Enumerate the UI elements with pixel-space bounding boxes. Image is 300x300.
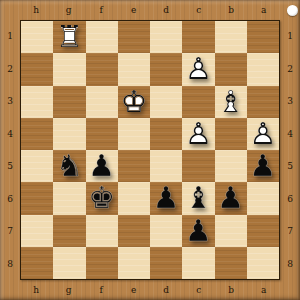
square-g1[interactable]: ♜♖ [53,21,85,53]
file-label-b: b [215,280,248,300]
square-a1[interactable] [247,21,279,53]
file-label-h: h [20,0,53,20]
square-e7[interactable] [118,215,150,247]
file-label-d: d [150,280,183,300]
square-g2[interactable] [53,53,85,85]
white-bishop[interactable]: ♝♗ [215,86,247,118]
square-f1[interactable] [86,21,118,53]
rank-label-1: 1 [0,20,20,53]
square-b5[interactable] [215,150,247,182]
black-pawn[interactable]: ♟ [150,182,182,214]
square-b3[interactable]: ♝♗ [215,86,247,118]
rank-label-6: 6 [0,183,20,216]
square-a4[interactable]: ♟♙ [247,118,279,150]
white-pawn-outline: ♙ [247,118,279,150]
white-king[interactable]: ♚♔ [118,86,150,118]
square-b1[interactable] [215,21,247,53]
square-b8[interactable] [215,247,247,279]
black-pawn-glyph: ♟ [150,182,182,214]
file-label-f: f [85,280,118,300]
square-e6[interactable] [118,182,150,214]
square-g3[interactable] [53,86,85,118]
rank-labels-left: 12345678 [0,20,20,280]
square-a8[interactable] [247,247,279,279]
square-d2[interactable] [150,53,182,85]
square-e4[interactable] [118,118,150,150]
file-label-c: c [183,280,216,300]
square-d7[interactable] [150,215,182,247]
file-label-c: c [183,0,216,20]
square-h1[interactable] [21,21,53,53]
square-a7[interactable] [247,215,279,247]
file-label-a: a [248,280,281,300]
rank-label-2: 2 [0,53,20,86]
square-e2[interactable] [118,53,150,85]
file-label-e: e [118,0,151,20]
square-h7[interactable] [21,215,53,247]
white-rook[interactable]: ♜♖ [53,21,85,53]
white-rook-outline: ♖ [53,21,85,53]
square-c1[interactable] [182,21,214,53]
board: ♜♖♟♙♚♔♝♗♟♙♟♙♞♟♟♚♟♝♟♟ [20,20,280,280]
white-pawn[interactable]: ♟♙ [182,118,214,150]
square-c3[interactable] [182,86,214,118]
rank-label-3: 3 [0,85,20,118]
square-f5[interactable]: ♟ [86,150,118,182]
rank-label-4: 4 [280,118,300,151]
square-f2[interactable] [86,53,118,85]
file-label-g: g [53,280,86,300]
file-label-a: a [248,0,281,20]
square-e1[interactable] [118,21,150,53]
rank-label-2: 2 [280,53,300,86]
square-f4[interactable] [86,118,118,150]
square-e8[interactable] [118,247,150,279]
square-f7[interactable] [86,215,118,247]
black-pawn[interactable]: ♟ [215,182,247,214]
square-b6[interactable]: ♟ [215,182,247,214]
square-b7[interactable] [215,215,247,247]
square-b4[interactable] [215,118,247,150]
square-g6[interactable] [53,182,85,214]
rank-label-4: 4 [0,118,20,151]
black-pawn-glyph: ♟ [247,150,279,182]
white-pawn-outline: ♙ [182,118,214,150]
square-h8[interactable] [21,247,53,279]
white-to-move-indicator [287,5,298,16]
black-bishop-glyph: ♝ [182,182,214,214]
square-d3[interactable] [150,86,182,118]
rank-label-5: 5 [0,150,20,183]
square-g7[interactable] [53,215,85,247]
black-pawn[interactable]: ♟ [86,150,118,182]
rank-label-8: 8 [0,248,20,281]
square-g8[interactable] [53,247,85,279]
file-label-f: f [85,0,118,20]
square-d8[interactable] [150,247,182,279]
file-labels-bottom: hgfedcba [20,280,280,300]
square-g4[interactable] [53,118,85,150]
rank-label-1: 1 [280,20,300,53]
black-king-glyph: ♚ [86,182,118,214]
square-a2[interactable] [247,53,279,85]
white-king-outline: ♔ [118,86,150,118]
square-c6[interactable]: ♝ [182,182,214,214]
black-pawn[interactable]: ♟ [182,215,214,247]
square-b2[interactable] [215,53,247,85]
white-pawn-outline: ♙ [182,53,214,85]
black-king[interactable]: ♚ [86,182,118,214]
white-bishop-outline: ♗ [215,86,247,118]
rank-label-7: 7 [0,215,20,248]
square-c8[interactable] [182,247,214,279]
square-f8[interactable] [86,247,118,279]
black-pawn-glyph: ♟ [215,182,247,214]
square-f6[interactable]: ♚ [86,182,118,214]
rank-label-5: 5 [280,150,300,183]
black-pawn-glyph: ♟ [182,215,214,247]
square-h3[interactable] [21,86,53,118]
square-a3[interactable] [247,86,279,118]
square-e5[interactable] [118,150,150,182]
square-a5[interactable]: ♟ [247,150,279,182]
black-knight[interactable]: ♞ [53,150,85,182]
square-h2[interactable] [21,53,53,85]
black-pawn[interactable]: ♟ [247,150,279,182]
file-label-b: b [215,0,248,20]
chess-board-frame: hgfedcba hgfedcba 12345678 12345678 ♜♖♟♙… [0,0,300,300]
file-label-h: h [20,280,53,300]
square-d6[interactable]: ♟ [150,182,182,214]
rank-label-7: 7 [280,215,300,248]
rank-label-3: 3 [280,85,300,118]
square-a6[interactable] [247,182,279,214]
rank-label-8: 8 [280,248,300,281]
square-h4[interactable] [21,118,53,150]
rank-label-6: 6 [280,183,300,216]
white-pawn[interactable]: ♟♙ [247,118,279,150]
square-c2[interactable]: ♟♙ [182,53,214,85]
file-label-d: d [150,0,183,20]
file-label-g: g [53,0,86,20]
square-d5[interactable] [150,150,182,182]
square-h6[interactable] [21,182,53,214]
square-f3[interactable] [86,86,118,118]
square-g5[interactable]: ♞ [53,150,85,182]
black-pawn-glyph: ♟ [86,150,118,182]
square-d1[interactable] [150,21,182,53]
square-c5[interactable] [182,150,214,182]
white-pawn[interactable]: ♟♙ [182,53,214,85]
file-labels-top: hgfedcba [20,0,280,20]
black-knight-glyph: ♞ [53,150,85,182]
square-d4[interactable] [150,118,182,150]
rank-labels-right: 12345678 [280,20,300,280]
square-h5[interactable] [21,150,53,182]
square-c7[interactable]: ♟ [182,215,214,247]
file-label-e: e [118,280,151,300]
square-c4[interactable]: ♟♙ [182,118,214,150]
black-bishop[interactable]: ♝ [182,182,214,214]
square-e3[interactable]: ♚♔ [118,86,150,118]
